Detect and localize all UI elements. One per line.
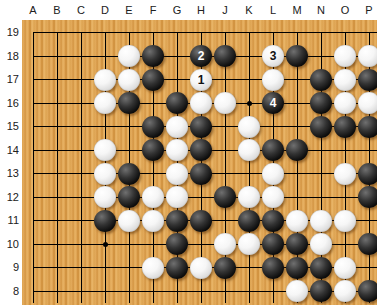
- intersection-D18[interactable]: [93, 45, 117, 69]
- intersection-C15[interactable]: [69, 115, 93, 139]
- intersection-D17[interactable]: [93, 68, 117, 92]
- intersection-D11[interactable]: [93, 209, 117, 233]
- intersection-L18[interactable]: 3: [261, 45, 285, 69]
- column-label-P: P: [357, 3, 377, 17]
- white-stone-G14: [166, 139, 188, 161]
- intersection-A14[interactable]: [22, 139, 45, 163]
- intersection-N12[interactable]: [309, 186, 333, 210]
- intersection-P15[interactable]: [357, 115, 377, 139]
- star-point-D10: [103, 242, 108, 247]
- intersection-L19[interactable]: [261, 21, 285, 45]
- black-stone-E16: [118, 92, 140, 114]
- intersection-K11[interactable]: [237, 209, 261, 233]
- intersection-C16[interactable]: [69, 92, 93, 116]
- intersection-N8[interactable]: [309, 280, 333, 304]
- black-stone-F18: [142, 45, 164, 67]
- intersection-J17[interactable]: [213, 68, 237, 92]
- intersection-H12[interactable]: [189, 186, 213, 210]
- intersection-A16[interactable]: [22, 92, 45, 116]
- intersection-C10[interactable]: [69, 233, 93, 257]
- intersection-L15[interactable]: [261, 115, 285, 139]
- black-stone-M14: [286, 139, 308, 161]
- black-stone-J9: [214, 257, 236, 279]
- intersection-C9[interactable]: [69, 256, 93, 280]
- black-stone-G16: [166, 92, 188, 114]
- intersection-E9[interactable]: [117, 256, 141, 280]
- intersection-N13[interactable]: [309, 162, 333, 186]
- intersection-G11[interactable]: [165, 209, 189, 233]
- intersection-E18[interactable]: [117, 45, 141, 69]
- intersection-K15[interactable]: [237, 115, 261, 139]
- intersection-A19[interactable]: [22, 21, 45, 45]
- intersection-O9[interactable]: [333, 256, 357, 280]
- intersection-N11[interactable]: [309, 209, 333, 233]
- intersection-H19[interactable]: [189, 21, 213, 45]
- row-label-13: 13: [0, 162, 19, 186]
- intersection-B10[interactable]: [45, 233, 69, 257]
- intersection-C17[interactable]: [69, 68, 93, 92]
- intersection-L14[interactable]: [261, 139, 285, 163]
- move-number-1: 1: [198, 74, 205, 86]
- intersection-J19[interactable]: [213, 21, 237, 45]
- intersection-O15[interactable]: [333, 115, 357, 139]
- intersection-P11[interactable]: [357, 209, 377, 233]
- white-stone-N10: [310, 233, 332, 255]
- intersection-M17[interactable]: [285, 68, 309, 92]
- black-stone-L11: [262, 210, 284, 232]
- white-stone-F11: [142, 210, 164, 232]
- move-number-3: 3: [270, 50, 277, 62]
- black-stone-F17: [142, 69, 164, 91]
- intersection-B14[interactable]: [45, 139, 69, 163]
- intersection-D9[interactable]: [93, 256, 117, 280]
- white-stone-G13: [166, 163, 188, 185]
- intersection-H8[interactable]: [189, 280, 213, 304]
- white-stone-D13: [94, 163, 116, 185]
- intersection-H18[interactable]: 2: [189, 45, 213, 69]
- intersection-K16[interactable]: [237, 92, 261, 116]
- black-stone-E13: [118, 163, 140, 185]
- intersection-C8[interactable]: [69, 280, 93, 304]
- intersection-P14[interactable]: [357, 139, 377, 163]
- white-stone-O16: [334, 92, 356, 114]
- intersection-P17[interactable]: [357, 68, 377, 92]
- intersection-M10[interactable]: [285, 233, 309, 257]
- intersection-D8[interactable]: [93, 280, 117, 304]
- black-stone-M9: [286, 257, 308, 279]
- intersection-L9[interactable]: [261, 256, 285, 280]
- intersection-H16[interactable]: [189, 92, 213, 116]
- white-stone-E18: [118, 45, 140, 67]
- intersection-K14[interactable]: [237, 139, 261, 163]
- intersection-C13[interactable]: [69, 162, 93, 186]
- black-stone-M18: [286, 45, 308, 67]
- white-stone-D16: [94, 92, 116, 114]
- intersection-G14[interactable]: [165, 139, 189, 163]
- white-stone-D14: [94, 139, 116, 161]
- intersection-L8[interactable]: [261, 280, 285, 304]
- intersection-E17[interactable]: [117, 68, 141, 92]
- intersection-K12[interactable]: [237, 186, 261, 210]
- white-stone-O8: [334, 280, 356, 302]
- intersection-G18[interactable]: [165, 45, 189, 69]
- intersection-F12[interactable]: [141, 186, 165, 210]
- white-stone-K15: [238, 116, 260, 138]
- intersection-N16[interactable]: [309, 92, 333, 116]
- intersection-C12[interactable]: [69, 186, 93, 210]
- black-stone-N15: [310, 116, 332, 138]
- black-stone-N9: [310, 257, 332, 279]
- intersection-H13[interactable]: [189, 162, 213, 186]
- intersection-G8[interactable]: [165, 280, 189, 304]
- intersection-D12[interactable]: [93, 186, 117, 210]
- intersection-F18[interactable]: [141, 45, 165, 69]
- white-stone-M11: [286, 210, 308, 232]
- intersection-H11[interactable]: [189, 209, 213, 233]
- column-label-M: M: [285, 3, 309, 17]
- intersection-P19[interactable]: [357, 21, 377, 45]
- intersection-P8[interactable]: [357, 280, 377, 304]
- intersection-M14[interactable]: [285, 139, 309, 163]
- column-label-O: O: [333, 3, 357, 17]
- intersection-D13[interactable]: [93, 162, 117, 186]
- intersection-A17[interactable]: [22, 68, 45, 92]
- star-point-K16: [247, 101, 252, 106]
- black-stone-P13: [358, 163, 377, 185]
- intersection-A15[interactable]: [22, 115, 45, 139]
- white-stone-J16: [214, 92, 236, 114]
- intersection-O14[interactable]: [333, 139, 357, 163]
- intersection-E15[interactable]: [117, 115, 141, 139]
- intersection-N17[interactable]: [309, 68, 333, 92]
- intersection-C19[interactable]: [69, 21, 93, 45]
- white-stone-K10: [238, 233, 260, 255]
- intersection-F11[interactable]: [141, 209, 165, 233]
- intersection-L16[interactable]: 4: [261, 92, 285, 116]
- white-stone-J10: [214, 233, 236, 255]
- intersection-E8[interactable]: [117, 280, 141, 304]
- row-label-18: 18: [0, 45, 19, 69]
- move-number-4: 4: [270, 97, 277, 109]
- white-stone-P18: [358, 45, 377, 67]
- intersection-K10[interactable]: [237, 233, 261, 257]
- intersection-B19[interactable]: [45, 21, 69, 45]
- intersection-M16[interactable]: [285, 92, 309, 116]
- intersection-A18[interactable]: [22, 45, 45, 69]
- white-stone-G12: [166, 186, 188, 208]
- intersection-D10[interactable]: [93, 233, 117, 257]
- black-stone-H13: [190, 163, 212, 185]
- white-stone-O18: [334, 45, 356, 67]
- column-label-N: N: [309, 3, 333, 17]
- intersection-K18[interactable]: [237, 45, 261, 69]
- intersection-M12[interactable]: [285, 186, 309, 210]
- black-stone-H15: [190, 116, 212, 138]
- intersection-E16[interactable]: [117, 92, 141, 116]
- white-stone-L13: [262, 163, 284, 185]
- black-stone-G9: [166, 257, 188, 279]
- black-stone-J12: [214, 186, 236, 208]
- intersection-J10[interactable]: [213, 233, 237, 257]
- white-stone-O11: [334, 210, 356, 232]
- row-label-11: 11: [0, 209, 19, 233]
- column-label-K: K: [237, 3, 261, 17]
- intersection-G9[interactable]: [165, 256, 189, 280]
- intersection-J8[interactable]: [213, 280, 237, 304]
- row-label-17: 17: [0, 68, 19, 92]
- intersection-B16[interactable]: [45, 92, 69, 116]
- intersection-D16[interactable]: [93, 92, 117, 116]
- intersection-B9[interactable]: [45, 256, 69, 280]
- intersection-E12[interactable]: [117, 186, 141, 210]
- intersection-B8[interactable]: [45, 280, 69, 304]
- column-label-L: L: [261, 3, 285, 17]
- column-label-J: J: [213, 3, 237, 17]
- black-stone-F15: [142, 116, 164, 138]
- move-number-2: 2: [198, 50, 205, 62]
- white-stone-O17: [334, 69, 356, 91]
- white-stone-P16: [358, 92, 377, 114]
- intersection-E10[interactable]: [117, 233, 141, 257]
- black-stone-M10: [286, 233, 308, 255]
- intersection-M8[interactable]: [285, 280, 309, 304]
- intersection-L17[interactable]: [261, 68, 285, 92]
- intersection-F19[interactable]: [141, 21, 165, 45]
- intersection-B12[interactable]: [45, 186, 69, 210]
- intersection-O17[interactable]: [333, 68, 357, 92]
- intersection-F16[interactable]: [141, 92, 165, 116]
- column-label-E: E: [117, 3, 141, 17]
- column-label-G: G: [165, 3, 189, 17]
- intersection-M11[interactable]: [285, 209, 309, 233]
- intersection-A8[interactable]: [22, 280, 45, 304]
- row-label-8: 8: [0, 280, 19, 304]
- intersection-P9[interactable]: [357, 256, 377, 280]
- go-board-screenshot: ABCDEFGHJKLMNOP 1918171615141312111098 2…: [0, 0, 377, 305]
- white-stone-H16: [190, 92, 212, 114]
- intersection-O13[interactable]: [333, 162, 357, 186]
- black-stone-P17: [358, 69, 377, 91]
- intersection-H14[interactable]: [189, 139, 213, 163]
- intersection-G13[interactable]: [165, 162, 189, 186]
- intersection-K13[interactable]: [237, 162, 261, 186]
- intersection-E19[interactable]: [117, 21, 141, 45]
- intersection-L12[interactable]: [261, 186, 285, 210]
- black-stone-H14: [190, 139, 212, 161]
- intersection-M13[interactable]: [285, 162, 309, 186]
- column-label-C: C: [69, 3, 93, 17]
- white-stone-D12: [94, 186, 116, 208]
- intersection-F9[interactable]: [141, 256, 165, 280]
- black-stone-L9: [262, 257, 284, 279]
- black-stone-L10: [262, 233, 284, 255]
- intersection-E14[interactable]: [117, 139, 141, 163]
- intersection-O11[interactable]: [333, 209, 357, 233]
- intersection-N9[interactable]: [309, 256, 333, 280]
- intersection-P18[interactable]: [357, 45, 377, 69]
- intersection-L13[interactable]: [261, 162, 285, 186]
- white-stone-G15: [166, 116, 188, 138]
- intersection-K9[interactable]: [237, 256, 261, 280]
- intersection-H15[interactable]: [189, 115, 213, 139]
- intersection-K17[interactable]: [237, 68, 261, 92]
- intersection-F10[interactable]: [141, 233, 165, 257]
- white-stone-D17: [94, 69, 116, 91]
- go-grid: 2314: [22, 21, 377, 303]
- intersection-G10[interactable]: [165, 233, 189, 257]
- intersection-G19[interactable]: [165, 21, 189, 45]
- board-wood: 2314: [22, 20, 377, 305]
- white-stone-F12: [142, 186, 164, 208]
- intersection-J12[interactable]: [213, 186, 237, 210]
- black-stone-D11: [94, 210, 116, 232]
- intersection-D15[interactable]: [93, 115, 117, 139]
- white-stone-K14: [238, 139, 260, 161]
- column-label-F: F: [141, 3, 165, 17]
- intersection-K19[interactable]: [237, 21, 261, 45]
- white-stone-E11: [118, 210, 140, 232]
- intersection-H10[interactable]: [189, 233, 213, 257]
- intersection-C14[interactable]: [69, 139, 93, 163]
- black-stone-G11: [166, 210, 188, 232]
- intersection-O16[interactable]: [333, 92, 357, 116]
- white-stone-M8: [286, 280, 308, 302]
- white-stone-L18: 3: [262, 45, 284, 67]
- intersection-G17[interactable]: [165, 68, 189, 92]
- row-label-19: 19: [0, 21, 19, 45]
- column-label-A: A: [21, 3, 45, 17]
- black-stone-P8: [358, 280, 377, 302]
- white-stone-H17: 1: [190, 69, 212, 91]
- intersection-N19[interactable]: [309, 21, 333, 45]
- intersection-H9[interactable]: [189, 256, 213, 280]
- black-stone-H11: [190, 210, 212, 232]
- black-stone-F14: [142, 139, 164, 161]
- intersection-E11[interactable]: [117, 209, 141, 233]
- intersection-F14[interactable]: [141, 139, 165, 163]
- intersection-F17[interactable]: [141, 68, 165, 92]
- intersection-K8[interactable]: [237, 280, 261, 304]
- intersection-O10[interactable]: [333, 233, 357, 257]
- intersection-O8[interactable]: [333, 280, 357, 304]
- black-stone-N8: [310, 280, 332, 302]
- intersection-L10[interactable]: [261, 233, 285, 257]
- black-stone-L16: 4: [262, 92, 284, 114]
- intersection-B17[interactable]: [45, 68, 69, 92]
- black-stone-H18: 2: [190, 45, 212, 67]
- intersection-F13[interactable]: [141, 162, 165, 186]
- intersection-N14[interactable]: [309, 139, 333, 163]
- intersection-O12[interactable]: [333, 186, 357, 210]
- white-stone-N11: [310, 210, 332, 232]
- intersection-A9[interactable]: [22, 256, 45, 280]
- black-stone-L14: [262, 139, 284, 161]
- intersection-P10[interactable]: [357, 233, 377, 257]
- intersection-M15[interactable]: [285, 115, 309, 139]
- intersection-A12[interactable]: [22, 186, 45, 210]
- intersection-J11[interactable]: [213, 209, 237, 233]
- intersection-J9[interactable]: [213, 256, 237, 280]
- intersection-O18[interactable]: [333, 45, 357, 69]
- white-stone-L12: [262, 186, 284, 208]
- intersection-P13[interactable]: [357, 162, 377, 186]
- white-stone-H9: [190, 257, 212, 279]
- row-label-10: 10: [0, 233, 19, 257]
- intersection-N10[interactable]: [309, 233, 333, 257]
- intersection-F8[interactable]: [141, 280, 165, 304]
- white-stone-L17: [262, 69, 284, 91]
- intersection-A10[interactable]: [22, 233, 45, 257]
- column-label-D: D: [93, 3, 117, 17]
- intersection-J18[interactable]: [213, 45, 237, 69]
- intersection-A13[interactable]: [22, 162, 45, 186]
- black-stone-P10: [358, 233, 377, 255]
- white-stone-F9: [142, 257, 164, 279]
- intersection-M9[interactable]: [285, 256, 309, 280]
- intersection-B13[interactable]: [45, 162, 69, 186]
- intersection-P12[interactable]: [357, 186, 377, 210]
- intersection-O19[interactable]: [333, 21, 357, 45]
- intersection-B15[interactable]: [45, 115, 69, 139]
- intersection-L11[interactable]: [261, 209, 285, 233]
- intersection-C18[interactable]: [69, 45, 93, 69]
- black-stone-N16: [310, 92, 332, 114]
- intersection-D19[interactable]: [93, 21, 117, 45]
- row-label-12: 12: [0, 186, 19, 210]
- white-stone-K12: [238, 186, 260, 208]
- black-stone-P12: [358, 186, 377, 208]
- intersection-B11[interactable]: [45, 209, 69, 233]
- intersection-N15[interactable]: [309, 115, 333, 139]
- black-stone-P15: [358, 116, 377, 138]
- black-stone-J18: [214, 45, 236, 67]
- intersection-P16[interactable]: [357, 92, 377, 116]
- intersection-J13[interactable]: [213, 162, 237, 186]
- row-label-15: 15: [0, 115, 19, 139]
- intersection-G16[interactable]: [165, 92, 189, 116]
- column-label-H: H: [189, 3, 213, 17]
- row-label-16: 16: [0, 92, 19, 116]
- intersection-N18[interactable]: [309, 45, 333, 69]
- intersection-J16[interactable]: [213, 92, 237, 116]
- intersection-G12[interactable]: [165, 186, 189, 210]
- intersection-C11[interactable]: [69, 209, 93, 233]
- intersection-A11[interactable]: [22, 209, 45, 233]
- black-stone-E12: [118, 186, 140, 208]
- row-label-9: 9: [0, 256, 19, 280]
- black-stone-O15: [334, 116, 356, 138]
- black-stone-N17: [310, 69, 332, 91]
- intersection-M18[interactable]: [285, 45, 309, 69]
- intersection-B18[interactable]: [45, 45, 69, 69]
- white-stone-O9: [334, 257, 356, 279]
- intersection-D14[interactable]: [93, 139, 117, 163]
- intersection-H17[interactable]: 1: [189, 68, 213, 92]
- black-stone-G10: [166, 233, 188, 255]
- intersection-J15[interactable]: [213, 115, 237, 139]
- intersection-J14[interactable]: [213, 139, 237, 163]
- intersection-F15[interactable]: [141, 115, 165, 139]
- row-label-14: 14: [0, 139, 19, 163]
- intersection-G15[interactable]: [165, 115, 189, 139]
- black-stone-K11: [238, 210, 260, 232]
- white-stone-E17: [118, 69, 140, 91]
- column-label-B: B: [45, 3, 69, 17]
- intersection-E13[interactable]: [117, 162, 141, 186]
- white-stone-O13: [334, 163, 356, 185]
- intersection-M19[interactable]: [285, 21, 309, 45]
